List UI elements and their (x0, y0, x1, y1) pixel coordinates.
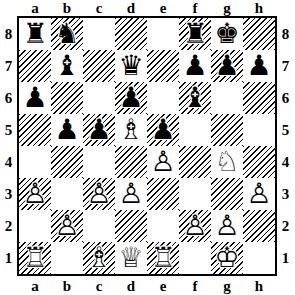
square-a1[interactable]: ♜♖ (19, 242, 51, 274)
rank-labels-right: 87654321 (277, 18, 294, 274)
black-bishop[interactable]: ♝ (51, 50, 83, 82)
square-d5[interactable]: ♝♗ (115, 114, 147, 146)
black-pawn[interactable]: ♟ (51, 114, 83, 146)
rank-label-left-8: 8 (0, 18, 17, 50)
chess-diagram: abcdefgh 87654321 ♜♞♜♚♝♛♟♟♟♟♟♝♟♟♝♗♟♟♙♞♘♟… (0, 0, 295, 295)
rank-label-right-3: 3 (277, 178, 294, 210)
black-queen[interactable]: ♛ (115, 50, 147, 82)
square-a7[interactable] (19, 50, 51, 82)
black-pawn[interactable]: ♟ (211, 50, 243, 82)
square-d1[interactable]: ♛♕ (115, 242, 147, 274)
file-labels-bottom: abcdefgh (19, 278, 275, 294)
square-c7[interactable] (83, 50, 115, 82)
black-pawn[interactable]: ♟ (147, 114, 179, 146)
square-f3[interactable] (179, 178, 211, 210)
rank-label-right-5: 5 (277, 114, 294, 146)
file-label-top-d: d (115, 0, 147, 16)
square-a2[interactable] (19, 210, 51, 242)
square-d8[interactable] (115, 18, 147, 50)
square-g7[interactable]: ♟ (211, 50, 243, 82)
white-king[interactable]: ♚♔ (211, 242, 243, 274)
square-a6[interactable]: ♟ (19, 82, 51, 114)
white-bishop[interactable]: ♝♗ (115, 114, 147, 146)
file-label-top-a: a (19, 0, 51, 16)
square-g6[interactable] (211, 82, 243, 114)
rank-label-right-4: 4 (277, 146, 294, 178)
file-label-top-c: c (83, 0, 115, 16)
rank-label-right-7: 7 (277, 50, 294, 82)
square-h1[interactable] (243, 242, 275, 274)
rank-label-left-2: 2 (0, 210, 17, 242)
file-label-bottom-a: a (19, 278, 51, 294)
square-e8[interactable] (147, 18, 179, 50)
white-knight[interactable]: ♞♘ (211, 146, 243, 178)
chess-board: ♜♞♜♚♝♛♟♟♟♟♟♝♟♟♝♗♟♟♙♞♘♟♙♟♙♟♙♟♙♟♙♟♙♟♙♜♖♝♗♛… (17, 16, 277, 276)
square-f7[interactable]: ♟ (179, 50, 211, 82)
square-c8[interactable] (83, 18, 115, 50)
square-a5[interactable] (19, 114, 51, 146)
square-h8[interactable] (243, 18, 275, 50)
file-label-bottom-g: g (211, 278, 243, 294)
square-h7[interactable]: ♟ (243, 50, 275, 82)
square-a3[interactable]: ♟♙ (19, 178, 51, 210)
file-label-top-g: g (211, 0, 243, 16)
square-g2[interactable]: ♟♙ (211, 210, 243, 242)
white-pawn[interactable]: ♟♙ (83, 178, 115, 210)
black-knight[interactable]: ♞ (51, 18, 83, 50)
white-queen[interactable]: ♛♕ (115, 242, 147, 274)
square-h4[interactable] (243, 146, 275, 178)
black-pawn[interactable]: ♟ (83, 114, 115, 146)
white-rook[interactable]: ♜♖ (19, 242, 51, 274)
black-king[interactable]: ♚ (211, 18, 243, 50)
square-h6[interactable] (243, 82, 275, 114)
white-rook[interactable]: ♜♖ (147, 242, 179, 274)
file-label-top-f: f (179, 0, 211, 16)
rank-label-left-5: 5 (0, 114, 17, 146)
square-e1[interactable]: ♜♖ (147, 242, 179, 274)
square-f6[interactable]: ♝ (179, 82, 211, 114)
square-c6[interactable] (83, 82, 115, 114)
rank-label-left-4: 4 (0, 146, 17, 178)
file-label-bottom-f: f (179, 278, 211, 294)
square-g5[interactable] (211, 114, 243, 146)
square-c5[interactable]: ♟ (83, 114, 115, 146)
rank-label-right-1: 1 (277, 242, 294, 274)
square-f1[interactable] (179, 242, 211, 274)
file-label-bottom-c: c (83, 278, 115, 294)
white-pawn[interactable]: ♟♙ (147, 146, 179, 178)
white-pawn[interactable]: ♟♙ (211, 210, 243, 242)
file-labels-top: abcdefgh (19, 0, 275, 16)
rank-label-left-7: 7 (0, 50, 17, 82)
square-b7[interactable]: ♝ (51, 50, 83, 82)
square-d7[interactable]: ♛ (115, 50, 147, 82)
white-pawn[interactable]: ♟♙ (243, 178, 275, 210)
square-c3[interactable]: ♟♙ (83, 178, 115, 210)
square-e4[interactable]: ♟♙ (147, 146, 179, 178)
rank-label-left-1: 1 (0, 242, 17, 274)
white-pawn[interactable]: ♟♙ (51, 210, 83, 242)
rank-labels-left: 87654321 (0, 18, 17, 274)
square-h5[interactable] (243, 114, 275, 146)
file-label-top-e: e (147, 0, 179, 16)
rank-label-right-6: 6 (277, 82, 294, 114)
rank-label-right-2: 2 (277, 210, 294, 242)
square-g3[interactable] (211, 178, 243, 210)
black-rook[interactable]: ♜ (19, 18, 51, 50)
white-pawn[interactable]: ♟♙ (179, 210, 211, 242)
square-d3[interactable]: ♟♙ (115, 178, 147, 210)
black-pawn[interactable]: ♟ (179, 50, 211, 82)
rank-label-left-6: 6 (0, 82, 17, 114)
square-e5[interactable]: ♟ (147, 114, 179, 146)
file-label-top-h: h (243, 0, 275, 16)
square-b4[interactable] (51, 146, 83, 178)
square-f2[interactable]: ♟♙ (179, 210, 211, 242)
square-b5[interactable]: ♟ (51, 114, 83, 146)
square-b3[interactable] (51, 178, 83, 210)
square-a8[interactable]: ♜ (19, 18, 51, 50)
square-e6[interactable] (147, 82, 179, 114)
square-g4[interactable]: ♞♘ (211, 146, 243, 178)
square-e3[interactable] (147, 178, 179, 210)
square-h2[interactable] (243, 210, 275, 242)
rank-label-left-3: 3 (0, 178, 17, 210)
square-e2[interactable] (147, 210, 179, 242)
square-b6[interactable] (51, 82, 83, 114)
square-d2[interactable] (115, 210, 147, 242)
square-c4[interactable] (83, 146, 115, 178)
square-f8[interactable]: ♜ (179, 18, 211, 50)
square-b8[interactable]: ♞ (51, 18, 83, 50)
file-label-bottom-e: e (147, 278, 179, 294)
square-a4[interactable] (19, 146, 51, 178)
black-bishop[interactable]: ♝ (179, 82, 211, 114)
square-d4[interactable] (115, 146, 147, 178)
square-h3[interactable]: ♟♙ (243, 178, 275, 210)
black-pawn[interactable]: ♟ (243, 50, 275, 82)
black-rook[interactable]: ♜ (179, 18, 211, 50)
white-bishop[interactable]: ♝♗ (83, 242, 115, 274)
file-label-bottom-d: d (115, 278, 147, 294)
file-label-top-b: b (51, 0, 83, 16)
black-pawn[interactable]: ♟ (115, 82, 147, 114)
square-g8[interactable]: ♚ (211, 18, 243, 50)
rank-label-right-8: 8 (277, 18, 294, 50)
square-c2[interactable] (83, 210, 115, 242)
file-label-bottom-b: b (51, 278, 83, 294)
square-c1[interactable]: ♝♗ (83, 242, 115, 274)
white-pawn[interactable]: ♟♙ (19, 178, 51, 210)
square-f5[interactable] (179, 114, 211, 146)
square-e7[interactable] (147, 50, 179, 82)
square-b2[interactable]: ♟♙ (51, 210, 83, 242)
black-pawn[interactable]: ♟ (19, 82, 51, 114)
square-b1[interactable] (51, 242, 83, 274)
square-f4[interactable] (179, 146, 211, 178)
file-label-bottom-h: h (243, 278, 275, 294)
square-g1[interactable]: ♚♔ (211, 242, 243, 274)
white-pawn[interactable]: ♟♙ (115, 178, 147, 210)
square-d6[interactable]: ♟ (115, 82, 147, 114)
